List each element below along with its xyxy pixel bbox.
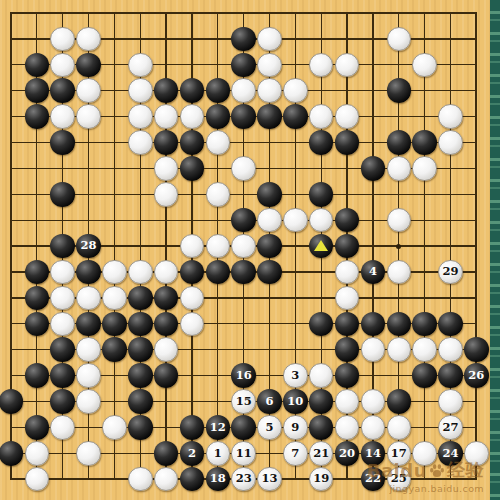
white-stone [128,78,153,103]
black-stone [0,441,23,466]
black-stone [387,312,412,337]
move-number: 26 [468,370,484,382]
white-stone [309,104,334,129]
black-stone: 16 [231,363,256,388]
black-stone [309,182,334,207]
black-stone [438,312,463,337]
white-stone [25,467,50,492]
go-board: 2842916326156101259272111721201417241823… [0,0,490,500]
black-stone [335,363,360,388]
white-stone [206,130,231,155]
star-point [396,244,401,249]
white-stone [180,234,205,259]
black-stone [206,104,231,129]
black-stone [128,312,153,337]
white-stone [361,337,386,362]
white-stone [412,53,437,78]
black-stone [154,441,179,466]
white-stone [257,53,282,78]
black-stone [154,78,179,103]
white-stone [76,363,101,388]
white-stone [76,337,101,362]
triangle-mark [314,240,328,251]
site-side-strip [490,0,500,500]
black-stone [25,260,50,285]
black-stone [154,130,179,155]
black-stone [335,208,360,233]
white-stone [76,441,101,466]
black-stone [231,27,256,52]
black-stone [25,363,50,388]
move-number: 5 [265,422,273,434]
black-stone [154,312,179,337]
white-stone [361,389,386,414]
white-stone [50,312,75,337]
black-stone [283,104,308,129]
white-stone: 9 [283,415,308,440]
white-stone: 1 [206,441,231,466]
white-stone [412,337,437,362]
white-stone: 5 [257,415,282,440]
move-number: 10 [287,396,303,408]
black-stone: 18 [206,467,231,492]
white-stone [387,415,412,440]
white-stone [309,363,334,388]
black-stone [180,130,205,155]
white-stone [25,441,50,466]
move-number: 15 [236,396,252,408]
black-stone [231,104,256,129]
black-stone [128,389,153,414]
white-stone: 25 [387,467,412,492]
white-stone [50,104,75,129]
move-number: 22 [365,473,381,485]
white-stone: 11 [231,441,256,466]
black-stone [309,130,334,155]
move-number: 9 [291,422,299,434]
black-stone [464,337,489,362]
black-stone [0,389,23,414]
white-stone [76,104,101,129]
black-stone [412,130,437,155]
white-stone [257,208,282,233]
white-stone [231,78,256,103]
white-stone: 13 [257,467,282,492]
white-stone [128,130,153,155]
white-stone [50,53,75,78]
white-stone [128,53,153,78]
black-stone [335,312,360,337]
white-stone [464,441,489,466]
black-stone: 12 [206,415,231,440]
black-stone [335,337,360,362]
move-number: 2 [188,448,196,460]
black-stone [76,312,101,337]
move-number: 7 [291,448,299,460]
white-stone [154,467,179,492]
move-number: 19 [313,473,329,485]
white-stone [335,53,360,78]
move-number: 16 [236,370,252,382]
white-stone [206,182,231,207]
white-stone [231,156,256,181]
white-stone [154,104,179,129]
white-stone [283,78,308,103]
black-stone [257,182,282,207]
white-stone [335,389,360,414]
black-stone [180,415,205,440]
black-stone [50,389,75,414]
black-stone: 4 [361,260,386,285]
black-stone [412,312,437,337]
black-stone [257,234,282,259]
move-number: 28 [81,240,97,252]
move-number: 24 [442,448,458,460]
black-stone [206,78,231,103]
white-stone [438,104,463,129]
move-number: 13 [261,473,277,485]
black-stone [50,234,75,259]
white-stone [387,156,412,181]
white-stone: 15 [231,389,256,414]
white-stone [387,260,412,285]
black-stone [128,363,153,388]
black-stone [102,312,127,337]
black-stone [76,53,101,78]
white-stone [154,260,179,285]
black-stone [180,156,205,181]
black-stone [25,415,50,440]
black-stone: 28 [76,234,101,259]
white-stone: 7 [283,441,308,466]
move-number: 6 [265,396,273,408]
black-stone [25,78,50,103]
black-stone [387,78,412,103]
black-stone [309,415,334,440]
black-stone [180,467,205,492]
black-stone [412,363,437,388]
white-stone [412,156,437,181]
move-number: 21 [313,448,329,460]
move-number: 27 [442,422,458,434]
black-stone: 24 [438,441,463,466]
white-stone: 27 [438,415,463,440]
black-stone [231,260,256,285]
black-stone [128,337,153,362]
black-stone: 20 [335,441,360,466]
white-stone [438,337,463,362]
go-diagram-screenshot: 2842916326156101259272111721201417241823… [0,0,500,500]
white-stone [102,286,127,311]
black-stone [102,337,127,362]
white-stone [102,415,127,440]
move-number: 20 [339,448,355,460]
white-stone [180,104,205,129]
white-stone [50,286,75,311]
grid-line-vertical [424,12,425,480]
white-stone [50,27,75,52]
white-stone [257,27,282,52]
white-stone [154,337,179,362]
grid-line-vertical [475,12,477,480]
black-stone: 10 [283,389,308,414]
move-number: 3 [291,370,299,382]
move-number: 29 [442,266,458,278]
move-number: 4 [369,266,377,278]
black-stone [231,415,256,440]
black-stone [361,156,386,181]
white-stone [128,260,153,285]
white-stone [206,234,231,259]
move-number: 12 [210,422,226,434]
black-stone [361,312,386,337]
white-stone [438,130,463,155]
white-stone [412,441,437,466]
black-stone [50,363,75,388]
black-stone [180,260,205,285]
black-stone [25,53,50,78]
move-number: 14 [365,448,381,460]
white-stone [128,104,153,129]
white-stone [154,182,179,207]
black-stone [25,286,50,311]
white-stone [50,415,75,440]
white-stone: 21 [309,441,334,466]
move-number: 17 [391,448,407,460]
black-stone [128,415,153,440]
white-stone [180,312,205,337]
black-stone: 14 [361,441,386,466]
white-stone [438,389,463,414]
white-stone [309,53,334,78]
move-number: 18 [210,473,226,485]
black-stone [335,130,360,155]
black-stone [50,130,75,155]
white-stone [283,208,308,233]
white-stone [335,104,360,129]
white-stone: 29 [438,260,463,285]
black-stone [387,130,412,155]
white-stone [154,156,179,181]
black-stone [25,312,50,337]
black-stone [309,389,334,414]
white-stone [50,260,75,285]
white-stone [102,260,127,285]
white-stone [76,27,101,52]
black-stone: 26 [464,363,489,388]
white-stone: 19 [309,467,334,492]
black-stone [76,260,101,285]
black-stone [154,363,179,388]
black-stone [25,104,50,129]
black-stone [438,363,463,388]
move-number: 25 [391,473,407,485]
white-stone [128,467,153,492]
white-stone [387,208,412,233]
black-stone: 22 [361,467,386,492]
white-stone [76,78,101,103]
white-stone [361,415,386,440]
white-stone: 23 [231,467,256,492]
white-stone: 3 [283,363,308,388]
white-stone [76,389,101,414]
white-stone [335,260,360,285]
black-stone [335,234,360,259]
black-stone [206,260,231,285]
black-stone: 6 [257,389,282,414]
black-stone [128,286,153,311]
white-stone [180,286,205,311]
move-number: 23 [236,473,252,485]
black-stone [50,78,75,103]
white-stone [335,415,360,440]
black-stone [387,389,412,414]
black-stone [231,53,256,78]
move-number: 1 [214,448,222,460]
black-stone [50,182,75,207]
white-stone [257,78,282,103]
black-stone [180,78,205,103]
black-stone [154,286,179,311]
black-stone [257,104,282,129]
white-stone [387,27,412,52]
white-stone: 17 [387,441,412,466]
white-stone [231,234,256,259]
white-stone [335,286,360,311]
black-stone [309,312,334,337]
black-stone [50,337,75,362]
black-stone [231,208,256,233]
black-stone [257,260,282,285]
move-number: 11 [236,448,252,460]
white-stone [387,337,412,362]
white-stone [309,208,334,233]
black-stone: 2 [180,441,205,466]
white-stone [76,286,101,311]
